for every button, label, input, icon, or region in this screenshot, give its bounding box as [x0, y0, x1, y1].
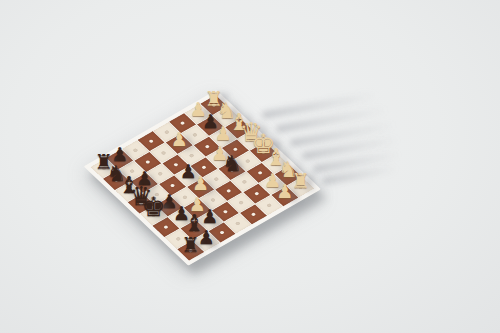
- photo-background: ♜♞♝♛♚♜♟♟♟♟♝♟♟♟♞♟♟♟♟♟♟♟♟♟♜♞♝♛♚♝♞♜: [0, 0, 500, 333]
- black-rook-h8[interactable]: ♜: [181, 234, 200, 255]
- white-rook-h1[interactable]: ♜: [291, 171, 310, 192]
- black-knight-e3[interactable]: ♞: [222, 153, 242, 175]
- white-pawn-e5[interactable]: ♟: [192, 174, 209, 193]
- white-pawn-h2[interactable]: ♟: [276, 182, 293, 201]
- black-king-e8[interactable]: ♚: [141, 194, 165, 221]
- white-pawn-b4[interactable]: ♟: [171, 129, 188, 148]
- pieces-layer: ♜♞♝♛♚♜♟♟♟♟♝♟♟♟♞♟♟♟♟♟♟♟♟♟♜♞♝♛♚♝♞♜: [0, 0, 500, 333]
- white-pawn-c2[interactable]: ♟: [214, 123, 231, 142]
- black-pawn-h7[interactable]: ♟: [198, 227, 215, 246]
